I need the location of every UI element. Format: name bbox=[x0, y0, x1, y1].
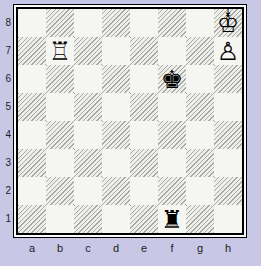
square-h7[interactable]: ♙ bbox=[214, 37, 242, 65]
rank-label-5: 5 bbox=[0, 93, 11, 121]
square-d4[interactable] bbox=[102, 121, 130, 149]
file-label-a: a bbox=[18, 241, 46, 255]
square-a2[interactable] bbox=[18, 177, 46, 205]
square-c6[interactable] bbox=[74, 65, 102, 93]
square-e3[interactable] bbox=[130, 149, 158, 177]
square-d5[interactable] bbox=[102, 93, 130, 121]
square-c5[interactable] bbox=[74, 93, 102, 121]
square-c1[interactable] bbox=[74, 205, 102, 233]
rank-labels: 87654321 bbox=[0, 9, 11, 233]
file-label-f: f bbox=[158, 241, 186, 255]
chess-diagram: 87654321 ♔↓♖♙♚♜ abcdefgh bbox=[0, 0, 261, 266]
square-b5[interactable] bbox=[46, 93, 74, 121]
square-f5[interactable] bbox=[158, 93, 186, 121]
square-d6[interactable] bbox=[102, 65, 130, 93]
file-label-h: h bbox=[214, 241, 242, 255]
square-h1[interactable] bbox=[214, 205, 242, 233]
piece-black-king[interactable]: ♚ bbox=[158, 65, 186, 93]
file-label-b: b bbox=[46, 241, 74, 255]
board-frame: ♔↓♖♙♚♜ bbox=[13, 4, 247, 238]
square-a1[interactable] bbox=[18, 205, 46, 233]
square-f4[interactable] bbox=[158, 121, 186, 149]
square-a7[interactable] bbox=[18, 37, 46, 65]
rank-label-3: 3 bbox=[0, 149, 11, 177]
rank-label-1: 1 bbox=[0, 205, 11, 233]
square-h2[interactable] bbox=[214, 177, 242, 205]
square-h5[interactable] bbox=[214, 93, 242, 121]
square-d3[interactable] bbox=[102, 149, 130, 177]
board-grid: ♔↓♖♙♚♜ bbox=[16, 7, 244, 235]
square-e6[interactable] bbox=[130, 65, 158, 93]
square-e2[interactable] bbox=[130, 177, 158, 205]
square-b3[interactable] bbox=[46, 149, 74, 177]
square-d7[interactable] bbox=[102, 37, 130, 65]
file-label-c: c bbox=[74, 241, 102, 255]
square-f2[interactable] bbox=[158, 177, 186, 205]
square-b6[interactable] bbox=[46, 65, 74, 93]
square-h8[interactable]: ♔↓ bbox=[214, 9, 242, 37]
square-a5[interactable] bbox=[18, 93, 46, 121]
square-a4[interactable] bbox=[18, 121, 46, 149]
square-g7[interactable] bbox=[186, 37, 214, 65]
piece-white-pawn[interactable]: ♙ bbox=[214, 37, 242, 65]
square-a8[interactable] bbox=[18, 9, 46, 37]
file-labels: abcdefgh bbox=[18, 241, 242, 255]
square-g5[interactable] bbox=[186, 93, 214, 121]
rank-label-4: 4 bbox=[0, 121, 11, 149]
square-d2[interactable] bbox=[102, 177, 130, 205]
file-label-d: d bbox=[102, 241, 130, 255]
square-a6[interactable] bbox=[18, 65, 46, 93]
square-b8[interactable] bbox=[46, 9, 74, 37]
square-f1[interactable]: ♜ bbox=[158, 205, 186, 233]
square-a3[interactable] bbox=[18, 149, 46, 177]
square-d1[interactable] bbox=[102, 205, 130, 233]
square-e7[interactable] bbox=[130, 37, 158, 65]
file-label-e: e bbox=[130, 241, 158, 255]
piece-white-rook[interactable]: ♖ bbox=[46, 37, 74, 65]
square-b2[interactable] bbox=[46, 177, 74, 205]
square-g8[interactable] bbox=[186, 9, 214, 37]
square-g2[interactable] bbox=[186, 177, 214, 205]
square-e4[interactable] bbox=[130, 121, 158, 149]
square-h3[interactable] bbox=[214, 149, 242, 177]
rank-label-8: 8 bbox=[0, 9, 11, 37]
square-c3[interactable] bbox=[74, 149, 102, 177]
down-arrow-annotation: ↓ bbox=[214, 6, 242, 17]
rank-label-6: 6 bbox=[0, 65, 11, 93]
square-b7[interactable]: ♖ bbox=[46, 37, 74, 65]
square-c2[interactable] bbox=[74, 177, 102, 205]
square-c7[interactable] bbox=[74, 37, 102, 65]
square-h6[interactable] bbox=[214, 65, 242, 93]
square-e8[interactable] bbox=[130, 9, 158, 37]
square-c4[interactable] bbox=[74, 121, 102, 149]
square-b1[interactable] bbox=[46, 205, 74, 233]
square-f8[interactable] bbox=[158, 9, 186, 37]
square-f6[interactable]: ♚ bbox=[158, 65, 186, 93]
square-e5[interactable] bbox=[130, 93, 158, 121]
rank-label-2: 2 bbox=[0, 177, 11, 205]
square-g3[interactable] bbox=[186, 149, 214, 177]
square-g4[interactable] bbox=[186, 121, 214, 149]
rank-label-7: 7 bbox=[0, 37, 11, 65]
square-f3[interactable] bbox=[158, 149, 186, 177]
piece-black-rook[interactable]: ♜ bbox=[158, 205, 186, 233]
square-h4[interactable] bbox=[214, 121, 242, 149]
square-g6[interactable] bbox=[186, 65, 214, 93]
square-d8[interactable] bbox=[102, 9, 130, 37]
square-b4[interactable] bbox=[46, 121, 74, 149]
square-f7[interactable] bbox=[158, 37, 186, 65]
square-c8[interactable] bbox=[74, 9, 102, 37]
file-label-g: g bbox=[186, 241, 214, 255]
square-g1[interactable] bbox=[186, 205, 214, 233]
square-e1[interactable] bbox=[130, 205, 158, 233]
